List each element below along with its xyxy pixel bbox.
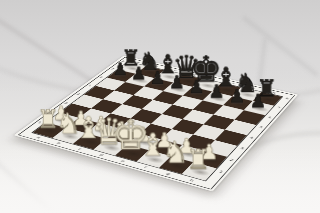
chessboard: abcdefgh abcdefgh 87654321 87654321 ♜♞♝♛… bbox=[14, 55, 299, 191]
white-rook[interactable]: ♜ bbox=[172, 147, 224, 173]
tent-floor-crease bbox=[0, 148, 68, 213]
photo-lightbox-scene: abcdefgh abcdefgh 87654321 87654321 ♜♞♝♛… bbox=[0, 0, 320, 213]
board-squares: ♜♞♝♛♚♝♞♜♟♟♟♟♟♟♟♟♟♟♟♟♟♟♟♟♜♞♝♛♚♝♞♜ bbox=[31, 61, 283, 181]
black-pawn[interactable]: ♟ bbox=[235, 92, 281, 110]
